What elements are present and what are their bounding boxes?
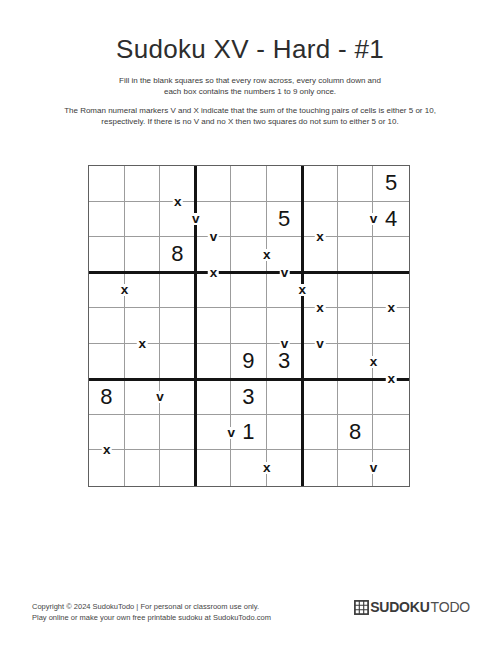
instructions-basic: Fill in the blank squares so that every …	[0, 76, 500, 97]
puzzle-page: Sudoku XV - Hard - #1 Fill in the blank …	[0, 0, 500, 647]
logo-text-bold: SUDOKU	[370, 599, 429, 615]
xv-marker-x-r2c7-down: x	[315, 231, 326, 243]
xv-marker-v-r8c4-right: v	[226, 427, 237, 439]
page-title: Sudoku XV - Hard - #1	[0, 34, 500, 65]
xv-marker-x-r4c7-down: x	[315, 302, 326, 314]
copyright-line: Copyright © 2024 SudokuTodo | For person…	[32, 602, 271, 613]
sudoku-grid-icon	[354, 600, 369, 615]
xv-marker-x-r1c3-down: x	[173, 196, 184, 208]
tagline-line: Play online or make your own free printa…	[32, 613, 271, 624]
instruction-line-3: The Roman numeral markers V and X indica…	[0, 106, 500, 117]
xv-marker-x-r3c5-right: x	[262, 249, 273, 261]
instruction-line-4: respectively. If there is no V and no X …	[0, 117, 500, 128]
footer-text: Copyright © 2024 SudokuTodo | For person…	[32, 602, 271, 623]
xv-marker-x-r4c9-down: x	[386, 302, 397, 314]
xv-marker-x-r6c8-right: x	[368, 356, 379, 368]
xv-marker-x-r5c2-down: x	[137, 338, 148, 350]
xv-marker-v-r2c4-down: v	[208, 231, 219, 243]
instruction-line-2: each box contains the numbers 1 to 9 onl…	[0, 87, 500, 98]
xv-marker-layer: xvvvxxxvxxxxxvvxxvvxxv	[89, 166, 409, 486]
xv-marker-v-r5c7-down: v	[315, 338, 326, 350]
logo-text-light: TODO	[431, 599, 470, 615]
xv-marker-x-r9c5-right: x	[262, 462, 273, 474]
sudoku-board: 5548938318 xvvvxxxvxxxxxvvxxvvxxv	[88, 165, 410, 487]
instruction-line-1: Fill in the blank squares so that every …	[0, 76, 500, 87]
instructions-xv-rule: The Roman numeral markers V and X indica…	[0, 106, 500, 127]
xv-marker-x-r3c4-down: x	[208, 267, 219, 279]
xv-marker-v-r2c3-right: v	[190, 213, 201, 225]
xv-marker-v-r5c6-down: v	[279, 338, 290, 350]
sudokutodo-logo: SUDOKU TODO	[354, 599, 470, 615]
xv-marker-x-r4c6-right: x	[297, 284, 308, 296]
xv-marker-v-r9c8-right: v	[368, 462, 379, 474]
xv-marker-x-r8c1-down: x	[102, 444, 113, 456]
xv-marker-x-r6c9-down: x	[386, 373, 397, 385]
xv-marker-v-r7c2-right: v	[155, 391, 166, 403]
xv-marker-v-r3c6-down: v	[279, 267, 290, 279]
xv-marker-x-r4c1-right: x	[119, 284, 130, 296]
xv-marker-v-r2c8-right: v	[368, 213, 379, 225]
